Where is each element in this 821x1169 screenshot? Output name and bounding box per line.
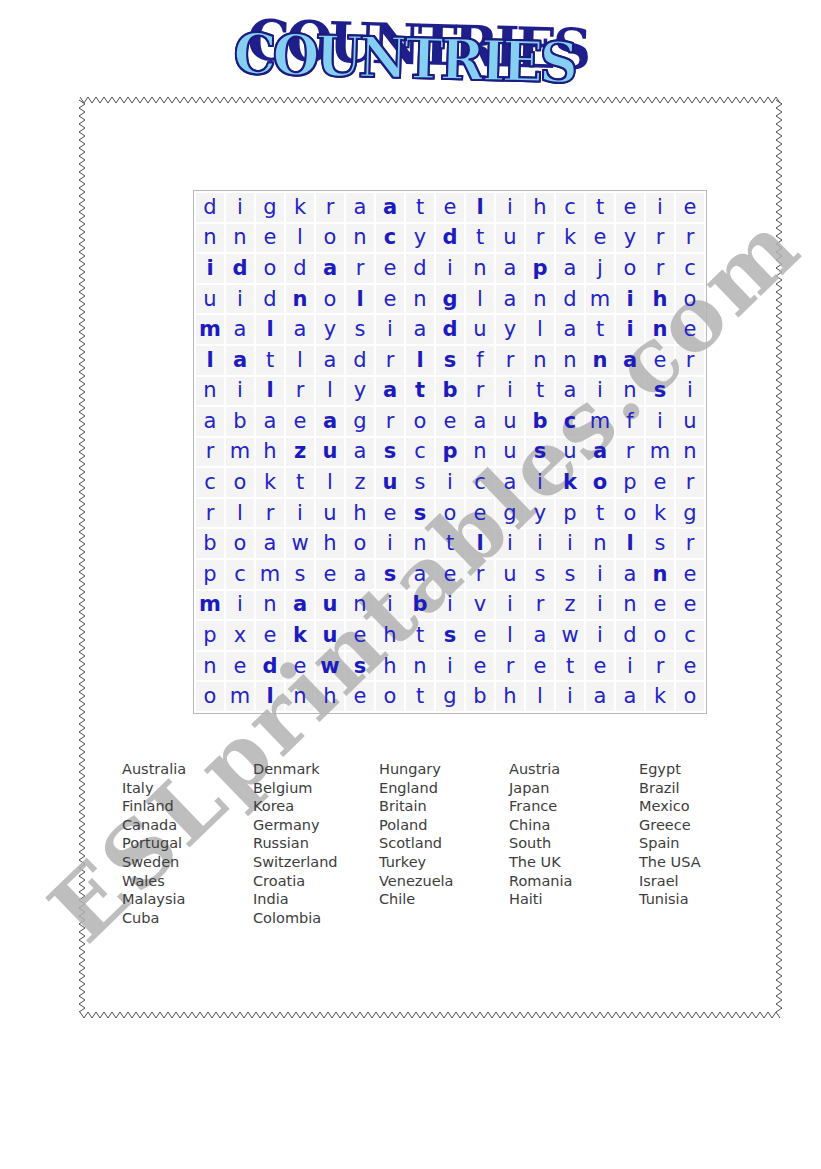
grid-letter: y — [316, 315, 344, 344]
grid-letter: i — [616, 315, 644, 344]
grid-letter: r — [676, 529, 704, 558]
grid-letter: i — [646, 193, 674, 222]
word-list-item: Korea — [253, 797, 338, 816]
grid-letter: a — [496, 254, 524, 283]
grid-letter: b — [226, 407, 254, 436]
grid-letter: y — [616, 224, 644, 253]
grid-letter: s — [436, 621, 464, 650]
grid-letter: u — [496, 438, 524, 467]
grid-letter: a — [466, 407, 494, 436]
grid-letter: l — [256, 682, 284, 711]
word-list-item: Malaysia — [122, 890, 186, 909]
grid-letter: h — [316, 529, 344, 558]
word-list-column: AustraliaItalyFinlandCanadaPortugalSwede… — [122, 760, 186, 927]
word-list-item: Cuba — [122, 909, 186, 928]
grid-letter: h — [346, 499, 374, 528]
grid-letter: a — [196, 407, 224, 436]
grid-letter: e — [316, 560, 344, 589]
grid-letter: a — [586, 438, 614, 467]
grid-letter: o — [436, 499, 464, 528]
grid-letter: o — [676, 682, 704, 711]
grid-letter: y — [526, 499, 554, 528]
grid-letter: z — [346, 468, 374, 497]
grid-letter: b — [466, 682, 494, 711]
word-list-item: Finland — [122, 797, 186, 816]
grid-letter: n — [466, 438, 494, 467]
grid-letter: e — [226, 652, 254, 681]
grid-letter: h — [316, 682, 344, 711]
grid-letter: c — [196, 468, 224, 497]
grid-letter: d — [436, 315, 464, 344]
word-list-item: Scotland — [379, 834, 453, 853]
word-list-item: Croatia — [253, 872, 338, 891]
grid-letter: i — [436, 652, 464, 681]
grid-letter: n — [286, 682, 314, 711]
word-list-item: Chile — [379, 890, 453, 909]
grid-letter: t — [586, 315, 614, 344]
grid-letter: a — [586, 682, 614, 711]
grid-letter: m — [586, 407, 614, 436]
grid-letter: d — [556, 285, 584, 314]
grid-letter: m — [586, 285, 614, 314]
grid-letter: a — [316, 346, 344, 375]
grid-letter: o — [196, 682, 224, 711]
grid-letter: d — [256, 285, 284, 314]
grid-letter: u — [196, 285, 224, 314]
grid-letter: l — [316, 377, 344, 406]
word-list-item: Egypt — [639, 760, 701, 779]
grid-letter: r — [526, 591, 554, 620]
word-list-item: The USA — [639, 853, 701, 872]
grid-letter: c — [406, 438, 434, 467]
grid-letter: a — [286, 315, 314, 344]
word-list-item: India — [253, 890, 338, 909]
grid-letter: h — [256, 438, 284, 467]
grid-letter: e — [676, 591, 704, 620]
grid-letter: u — [316, 438, 344, 467]
grid-letter: a — [346, 560, 374, 589]
grid-letter: i — [646, 407, 674, 436]
grid-letter: s — [526, 560, 554, 589]
grid-letter: t — [526, 377, 554, 406]
grid-letter: o — [616, 254, 644, 283]
grid-letter: o — [226, 529, 254, 558]
grid-letter: n — [676, 438, 704, 467]
grid-letter: s — [346, 652, 374, 681]
grid-letter: r — [496, 346, 524, 375]
grid-letter: o — [346, 529, 374, 558]
grid-letter: l — [286, 346, 314, 375]
grid-letter: l — [526, 682, 554, 711]
grid-letter: e — [376, 285, 404, 314]
grid-letter: i — [226, 591, 254, 620]
grid-letter: n — [196, 652, 224, 681]
grid-letter: p — [616, 468, 644, 497]
word-list-item: Russian — [253, 834, 338, 853]
grid-letter: d — [226, 254, 254, 283]
grid-letter: r — [286, 377, 314, 406]
word-list-item: Mexico — [639, 797, 701, 816]
grid-letter: r — [646, 254, 674, 283]
grid-letter: i — [556, 682, 584, 711]
word-list-item: Belgium — [253, 779, 338, 798]
grid-letter: e — [676, 193, 704, 222]
grid-letter: e — [256, 621, 284, 650]
grid-letter: b — [196, 529, 224, 558]
grid-letter: p — [526, 254, 554, 283]
grid-letter: n — [406, 285, 434, 314]
puzzle-grid: digkraatelihcteienneloncydturkeyrridodar… — [193, 190, 707, 714]
grid-letter: l — [256, 315, 284, 344]
grid-letter: l — [316, 468, 344, 497]
grid-letter: i — [376, 529, 404, 558]
grid-letter: a — [346, 438, 374, 467]
grid-letter: n — [586, 346, 614, 375]
grid-letter: d — [436, 224, 464, 253]
grid-letter: k — [646, 499, 674, 528]
word-list-item: Japan — [509, 779, 572, 798]
grid-letter: n — [256, 591, 284, 620]
grid-letter: e — [676, 652, 704, 681]
grid-letter: m — [196, 591, 224, 620]
grid-letter: t — [586, 499, 614, 528]
grid-letter: n — [406, 652, 434, 681]
word-list-item: Poland — [379, 816, 453, 835]
word-list-item: Venezuela — [379, 872, 453, 891]
grid-letter: e — [646, 346, 674, 375]
grid-letter: a — [286, 591, 314, 620]
grid-letter: e — [466, 652, 494, 681]
grid-letter: a — [496, 285, 524, 314]
grid-letter: e — [436, 193, 464, 222]
grid-letter: n — [526, 346, 554, 375]
grid-letter: s — [376, 438, 404, 467]
grid-letter: s — [406, 499, 434, 528]
grid-letter: n — [286, 285, 314, 314]
grid-letter: r — [466, 560, 494, 589]
word-list-item: Australia — [122, 760, 186, 779]
grid-letter: g — [436, 285, 464, 314]
word-list-item: South — [509, 834, 572, 853]
grid-letter: r — [496, 652, 524, 681]
grid-letter: j — [586, 254, 614, 283]
grid-letter: d — [616, 621, 644, 650]
grid-letter: a — [406, 315, 434, 344]
grid-letter: e — [286, 652, 314, 681]
grid-letter: s — [526, 438, 554, 467]
word-list-item: Turkey — [379, 853, 453, 872]
word-list-item: Brazil — [639, 779, 701, 798]
grid-letter: e — [676, 315, 704, 344]
word-list-column: HungaryEnglandBritainPolandScotlandTurke… — [379, 760, 453, 909]
word-list-item: Spain — [639, 834, 701, 853]
grid-letter: g — [676, 499, 704, 528]
grid-letter: i — [286, 499, 314, 528]
grid-letter: d — [286, 254, 314, 283]
grid-letter: i — [496, 377, 524, 406]
word-list-column: DenmarkBelgiumKoreaGermanyRussianSwitzer… — [253, 760, 338, 927]
grid-letter: l — [286, 224, 314, 253]
grid-letter: o — [256, 254, 284, 283]
grid-letter: m — [196, 315, 224, 344]
grid-letter: s — [376, 560, 404, 589]
grid-letter: s — [646, 377, 674, 406]
grid-letter: r — [196, 438, 224, 467]
grid-letter: u — [556, 438, 584, 467]
grid-letter: e — [376, 499, 404, 528]
grid-letter: r — [646, 652, 674, 681]
grid-letter: a — [376, 377, 404, 406]
grid-letter: i — [496, 529, 524, 558]
grid-letter: i — [586, 377, 614, 406]
grid-letter: u — [496, 224, 524, 253]
grid-letter: u — [496, 560, 524, 589]
grid-letter: m — [226, 438, 254, 467]
grid-letter: n — [226, 224, 254, 253]
grid-letter: a — [256, 407, 284, 436]
grid-letter: e — [346, 621, 374, 650]
grid-letter: i — [196, 254, 224, 283]
grid-letter: t — [286, 468, 314, 497]
grid-letter: k — [556, 224, 584, 253]
grid-letter: e — [376, 254, 404, 283]
grid-letter: l — [406, 346, 434, 375]
grid-letter: c — [376, 224, 404, 253]
grid-letter: p — [196, 560, 224, 589]
grid-letter: t — [406, 193, 434, 222]
grid-letter: u — [376, 468, 404, 497]
grid-letter: i — [436, 468, 464, 497]
grid-letter: g — [436, 682, 464, 711]
grid-letter: l — [466, 285, 494, 314]
grid-letter: r — [676, 468, 704, 497]
grid-letter: g — [346, 407, 374, 436]
grid-letter: e — [616, 193, 644, 222]
grid-letter: i — [586, 591, 614, 620]
grid-letter: n — [346, 591, 374, 620]
grid-letter: l — [466, 193, 494, 222]
grid-letter: a — [616, 682, 644, 711]
grid-letter: o — [676, 285, 704, 314]
grid-letter: t — [256, 346, 284, 375]
grid-letter: c — [676, 254, 704, 283]
grid-letter: r — [376, 346, 404, 375]
grid-letter: i — [586, 621, 614, 650]
grid-letter: s — [346, 315, 374, 344]
grid-letter: e — [676, 560, 704, 589]
grid-letter: r — [676, 224, 704, 253]
grid-letter: a — [556, 315, 584, 344]
grid-letter: l — [196, 346, 224, 375]
grid-letter: t — [466, 224, 494, 253]
grid-letter: o — [316, 224, 344, 253]
word-list-item: Canada — [122, 816, 186, 835]
grid-letter: r — [346, 254, 374, 283]
grid-letter: b — [406, 591, 434, 620]
grid-letter: n — [646, 560, 674, 589]
word-list-item: Israel — [639, 872, 701, 891]
grid-letter: h — [376, 652, 404, 681]
grid-letter: h — [376, 621, 404, 650]
grid-letter: i — [586, 560, 614, 589]
word-list-item: Wales — [122, 872, 186, 891]
grid-letter: s — [406, 468, 434, 497]
grid-letter: a — [256, 529, 284, 558]
grid-letter: k — [286, 193, 314, 222]
grid-letter: g — [256, 193, 284, 222]
grid-letter: v — [466, 591, 494, 620]
grid-letter: o — [646, 621, 674, 650]
grid-letter: a — [616, 560, 644, 589]
grid-letter: d — [196, 193, 224, 222]
grid-letter: a — [616, 346, 644, 375]
grid-letter: w — [316, 652, 344, 681]
grid-letter: w — [556, 621, 584, 650]
grid-letter: e — [436, 560, 464, 589]
grid-letter: r — [256, 499, 284, 528]
grid-letter: i — [496, 591, 524, 620]
grid-letter: e — [466, 621, 494, 650]
grid-letter: k — [646, 682, 674, 711]
grid-letter: t — [556, 652, 584, 681]
grid-letter: r — [676, 346, 704, 375]
grid-letter: s — [556, 560, 584, 589]
grid-letter: y — [406, 224, 434, 253]
grid-letter: e — [526, 652, 554, 681]
grid-letter: i — [616, 652, 644, 681]
grid-letter: n — [616, 377, 644, 406]
grid-letter: i — [226, 285, 254, 314]
grid-letter: p — [436, 438, 464, 467]
grid-letter: t — [406, 377, 434, 406]
word-list-item: Tunisia — [639, 890, 701, 909]
grid-letter: u — [496, 407, 524, 436]
grid-letter: f — [466, 346, 494, 375]
grid-letter: f — [616, 407, 644, 436]
grid-letter: o — [376, 682, 404, 711]
grid-letter: e — [586, 652, 614, 681]
word-list-item: Germany — [253, 816, 338, 835]
grid-letter: r — [616, 438, 644, 467]
grid-letter: n — [586, 529, 614, 558]
grid-letter: o — [226, 468, 254, 497]
grid-letter: l — [466, 529, 494, 558]
grid-letter: l — [256, 377, 284, 406]
grid-letter: i — [526, 468, 554, 497]
grid-letter: a — [316, 254, 344, 283]
grid-letter: a — [316, 407, 344, 436]
grid-letter: r — [196, 499, 224, 528]
grid-letter: i — [676, 377, 704, 406]
grid-letter: a — [556, 377, 584, 406]
grid-letter: i — [556, 529, 584, 558]
grid-letter: a — [526, 621, 554, 650]
grid-letter: z — [556, 591, 584, 620]
grid-letter: i — [616, 285, 644, 314]
grid-letter: n — [466, 254, 494, 283]
grid-letter: e — [646, 468, 674, 497]
word-list-item: Hungary — [379, 760, 453, 779]
grid-letter: d — [406, 254, 434, 283]
grid-letter: i — [226, 377, 254, 406]
word-list-item: Britain — [379, 797, 453, 816]
grid-letter: r — [466, 377, 494, 406]
grid-letter: e — [346, 682, 374, 711]
grid-letter: e — [646, 591, 674, 620]
grid-letter: t — [406, 682, 434, 711]
grid-letter: c — [226, 560, 254, 589]
grid-letter: h — [496, 682, 524, 711]
grid-letter: l — [346, 285, 374, 314]
grid-letter: n — [526, 285, 554, 314]
grid-letter: l — [496, 621, 524, 650]
grid-letter: x — [226, 621, 254, 650]
grid-letter: i — [496, 193, 524, 222]
grid-letter: i — [526, 529, 554, 558]
grid-letter: t — [586, 193, 614, 222]
grid-letter: a — [226, 315, 254, 344]
word-list-item: Austria — [509, 760, 572, 779]
grid-letter: r — [646, 224, 674, 253]
grid-letter: p — [556, 499, 584, 528]
grid-letter: e — [436, 407, 464, 436]
grid-letter: m — [226, 682, 254, 711]
grid-letter: o — [616, 499, 644, 528]
grid-letter: t — [436, 529, 464, 558]
grid-letter: l — [616, 529, 644, 558]
grid-letter: i — [436, 591, 464, 620]
word-list-item: Switzerland — [253, 853, 338, 872]
grid-letter: d — [346, 346, 374, 375]
word-list-item: The UK — [509, 853, 572, 872]
grid-letter: t — [406, 621, 434, 650]
grid-letter: a — [346, 193, 374, 222]
grid-letter: r — [316, 193, 344, 222]
grid-letter: g — [496, 499, 524, 528]
grid-letter: u — [316, 621, 344, 650]
grid-letter: k — [256, 468, 284, 497]
word-list-item: Denmark — [253, 760, 338, 779]
grid-letter: s — [286, 560, 314, 589]
grid-letter: c — [466, 468, 494, 497]
word-list-column: AustriaJapanFranceChinaSouthThe UKRomani… — [509, 760, 572, 909]
word-list-column: EgyptBrazilMexicoGreeceSpainThe USAIsrae… — [639, 760, 701, 909]
grid-letter: d — [256, 652, 284, 681]
worksheet-page: COUNTRIES COUNTRIES ESLprintables.com di… — [0, 0, 821, 1169]
word-list-item: China — [509, 816, 572, 835]
grid-letter: k — [556, 468, 584, 497]
grid-letter: m — [646, 438, 674, 467]
grid-letter: u — [316, 591, 344, 620]
grid-letter: n — [196, 377, 224, 406]
grid-letter: l — [226, 499, 254, 528]
grid-letter: o — [586, 468, 614, 497]
grid-letter: o — [316, 285, 344, 314]
grid-letter: s — [646, 529, 674, 558]
grid-letter: r — [526, 224, 554, 253]
grid-letter: n — [646, 315, 674, 344]
grid-letter: c — [556, 193, 584, 222]
word-list-item: Haiti — [509, 890, 572, 909]
grid-letter: e — [286, 407, 314, 436]
word-list-item: Portugal — [122, 834, 186, 853]
grid-letter: b — [436, 377, 464, 406]
grid-letter: h — [526, 193, 554, 222]
grid-letter: n — [406, 529, 434, 558]
grid-letter: y — [346, 377, 374, 406]
grid-letter: i — [376, 591, 404, 620]
grid-letter: m — [256, 560, 284, 589]
